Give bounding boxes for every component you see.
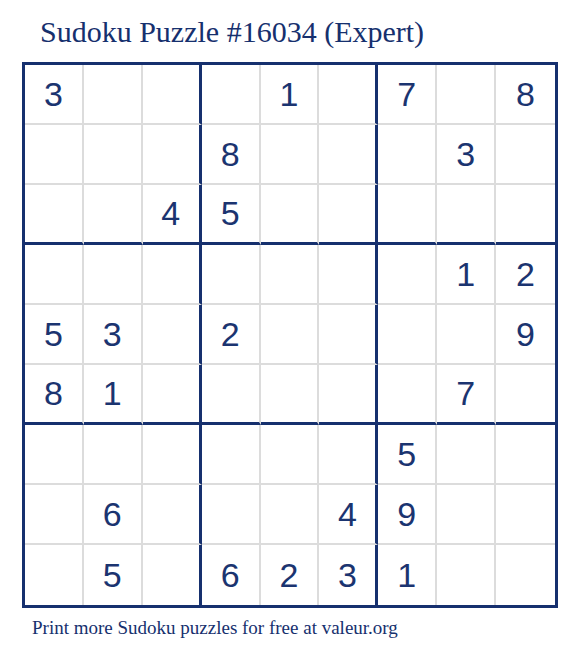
cell-r5c7 xyxy=(378,305,437,365)
cell-r5c3 xyxy=(143,305,202,365)
cell-r5c1: 5 xyxy=(25,305,84,365)
cell-r8c2: 6 xyxy=(84,485,143,545)
cell-r9c3 xyxy=(143,545,202,605)
cell-r5c4: 2 xyxy=(202,305,261,365)
cell-r7c6 xyxy=(319,425,378,485)
cell-r6c9 xyxy=(496,365,555,425)
cell-r5c2: 3 xyxy=(84,305,143,365)
cell-r9c9 xyxy=(496,545,555,605)
cell-r7c2 xyxy=(84,425,143,485)
puzzle-title: Sudoku Puzzle #16034 (Expert) xyxy=(40,14,424,50)
cell-r2c9 xyxy=(496,125,555,185)
cell-r3c2 xyxy=(84,185,143,245)
cell-r6c3 xyxy=(143,365,202,425)
cell-r6c1: 8 xyxy=(25,365,84,425)
cell-r1c4 xyxy=(202,65,261,125)
cell-r3c9 xyxy=(496,185,555,245)
cell-r6c7 xyxy=(378,365,437,425)
cell-r1c2 xyxy=(84,65,143,125)
cell-r4c4 xyxy=(202,245,261,305)
cell-r2c4: 8 xyxy=(202,125,261,185)
cell-r1c5: 1 xyxy=(261,65,320,125)
cell-r5c5 xyxy=(261,305,320,365)
cell-r7c7: 5 xyxy=(378,425,437,485)
cell-r1c6 xyxy=(319,65,378,125)
cell-r1c1: 3 xyxy=(25,65,84,125)
cell-r4c8: 1 xyxy=(437,245,496,305)
cell-r6c8: 7 xyxy=(437,365,496,425)
cell-r3c4: 5 xyxy=(202,185,261,245)
cell-r8c7: 9 xyxy=(378,485,437,545)
cell-r4c7 xyxy=(378,245,437,305)
cell-r4c2 xyxy=(84,245,143,305)
cell-r8c1 xyxy=(25,485,84,545)
cell-r9c1 xyxy=(25,545,84,605)
cell-r6c2: 1 xyxy=(84,365,143,425)
cell-r8c8 xyxy=(437,485,496,545)
cell-r3c6 xyxy=(319,185,378,245)
cell-r9c5: 2 xyxy=(261,545,320,605)
cell-r2c5 xyxy=(261,125,320,185)
cell-r7c4 xyxy=(202,425,261,485)
cell-r4c1 xyxy=(25,245,84,305)
cell-r3c5 xyxy=(261,185,320,245)
cell-r3c7 xyxy=(378,185,437,245)
cell-r4c5 xyxy=(261,245,320,305)
sudoku-grid: 31788345125329817564956231 xyxy=(22,62,558,608)
cell-r8c4 xyxy=(202,485,261,545)
cell-r2c2 xyxy=(84,125,143,185)
cell-r6c6 xyxy=(319,365,378,425)
cell-r9c7: 1 xyxy=(378,545,437,605)
cell-r2c3 xyxy=(143,125,202,185)
cell-r9c8 xyxy=(437,545,496,605)
page: Sudoku Puzzle #16034 (Expert) 3178834512… xyxy=(0,0,580,651)
footer-text: Print more Sudoku puzzles for free at va… xyxy=(32,616,398,640)
cell-r1c8 xyxy=(437,65,496,125)
cell-r5c9: 9 xyxy=(496,305,555,365)
cell-r7c1 xyxy=(25,425,84,485)
cell-r3c8 xyxy=(437,185,496,245)
cell-r2c1 xyxy=(25,125,84,185)
cell-r9c4: 6 xyxy=(202,545,261,605)
cell-r5c8 xyxy=(437,305,496,365)
cell-r8c6: 4 xyxy=(319,485,378,545)
cell-r1c7: 7 xyxy=(378,65,437,125)
cell-r3c3: 4 xyxy=(143,185,202,245)
cell-r1c3 xyxy=(143,65,202,125)
cell-r7c3 xyxy=(143,425,202,485)
cell-r7c5 xyxy=(261,425,320,485)
cell-r2c6 xyxy=(319,125,378,185)
cell-r9c2: 5 xyxy=(84,545,143,605)
cell-r4c9: 2 xyxy=(496,245,555,305)
cell-r1c9: 8 xyxy=(496,65,555,125)
cell-r5c6 xyxy=(319,305,378,365)
cell-r2c8: 3 xyxy=(437,125,496,185)
cell-r7c9 xyxy=(496,425,555,485)
cell-r4c6 xyxy=(319,245,378,305)
cell-r8c9 xyxy=(496,485,555,545)
cell-r9c6: 3 xyxy=(319,545,378,605)
cell-r8c5 xyxy=(261,485,320,545)
cell-r4c3 xyxy=(143,245,202,305)
cell-r2c7 xyxy=(378,125,437,185)
cell-r8c3 xyxy=(143,485,202,545)
cell-r6c4 xyxy=(202,365,261,425)
cell-r6c5 xyxy=(261,365,320,425)
cell-r7c8 xyxy=(437,425,496,485)
cell-r3c1 xyxy=(25,185,84,245)
